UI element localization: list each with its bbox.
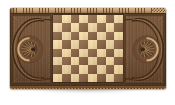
square — [53, 40, 62, 48]
square — [97, 49, 106, 57]
square — [53, 74, 62, 82]
chessboard-column — [53, 13, 123, 86]
square — [106, 15, 115, 23]
square — [79, 74, 88, 82]
square — [97, 74, 106, 82]
photo-caption: Product photo on a white background: a c… — [0, 0, 1, 1]
square — [88, 23, 97, 31]
square — [88, 57, 97, 65]
square — [106, 74, 115, 82]
square — [88, 65, 97, 73]
square — [97, 15, 106, 23]
square — [88, 49, 97, 57]
square — [71, 49, 80, 57]
carved-arch-rosette-icon — [10, 13, 53, 86]
square — [106, 32, 115, 40]
right-ornament-panel — [123, 13, 166, 86]
square — [88, 15, 97, 23]
square — [97, 32, 106, 40]
square — [53, 15, 62, 23]
square — [71, 74, 80, 82]
square — [79, 65, 88, 73]
square — [53, 32, 62, 40]
square — [114, 40, 123, 48]
square — [53, 49, 62, 57]
square — [79, 49, 88, 57]
square — [71, 23, 80, 31]
square — [71, 40, 80, 48]
square — [97, 40, 106, 48]
square — [53, 23, 62, 31]
square — [106, 23, 115, 31]
product-photo: Product photo on a white background: a c… — [0, 0, 175, 105]
square — [62, 32, 71, 40]
square — [88, 74, 97, 82]
square — [62, 15, 71, 23]
square — [79, 57, 88, 65]
square — [106, 65, 115, 73]
square — [88, 40, 97, 48]
square — [88, 32, 97, 40]
square — [62, 57, 71, 65]
square — [79, 32, 88, 40]
case-face — [10, 13, 166, 86]
square — [71, 32, 80, 40]
square — [114, 23, 123, 31]
square — [62, 74, 71, 82]
board-case — [10, 8, 166, 89]
square — [79, 15, 88, 23]
square — [62, 23, 71, 31]
case-bottom-edge — [10, 86, 166, 89]
square — [106, 57, 115, 65]
square — [106, 49, 115, 57]
square — [114, 74, 123, 82]
square — [114, 49, 123, 57]
square — [71, 57, 80, 65]
chessboard — [53, 15, 123, 82]
square — [114, 65, 123, 73]
square — [114, 15, 123, 23]
square — [79, 40, 88, 48]
square — [79, 23, 88, 31]
square — [62, 40, 71, 48]
carved-arch-rosette-icon — [123, 13, 166, 86]
square — [97, 57, 106, 65]
left-ornament-panel — [10, 13, 53, 86]
square — [53, 65, 62, 73]
square — [114, 32, 123, 40]
square — [97, 23, 106, 31]
square — [62, 49, 71, 57]
square — [53, 57, 62, 65]
square — [71, 65, 80, 73]
square — [62, 65, 71, 73]
square — [106, 40, 115, 48]
square — [114, 57, 123, 65]
square — [71, 15, 80, 23]
square — [97, 65, 106, 73]
